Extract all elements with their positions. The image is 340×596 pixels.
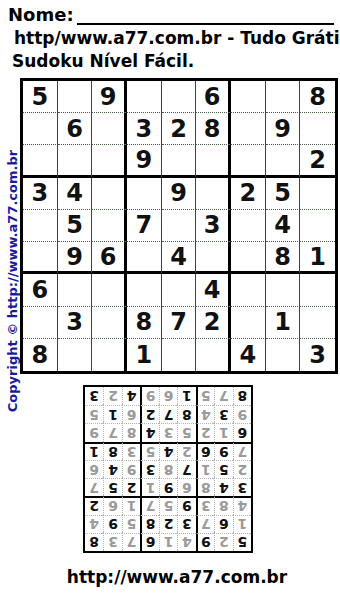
solution-cell-r7c6: 4 bbox=[140, 423, 158, 441]
cell-r1c1[interactable]: 5 bbox=[23, 81, 58, 113]
solution-grid: 5294167381673285944839571623486912572517… bbox=[83, 385, 253, 553]
cell-r1c9[interactable]: 8 bbox=[300, 81, 335, 113]
cell-r2c7[interactable] bbox=[231, 113, 266, 145]
cell-r1c7[interactable] bbox=[231, 81, 266, 113]
cell-r8c6[interactable]: 2 bbox=[196, 307, 231, 339]
solution-cell-r8c8: 1 bbox=[103, 405, 121, 423]
solution-cell-r1c4: 4 bbox=[177, 533, 195, 551]
cell-r5c7[interactable] bbox=[231, 210, 266, 242]
solution-cell-r3c2: 8 bbox=[214, 496, 232, 514]
solution-cell-r8c9: 5 bbox=[85, 405, 103, 423]
solution-cell-r6c7: 3 bbox=[122, 442, 140, 460]
cell-r4c6[interactable] bbox=[196, 178, 231, 210]
cell-r9c4[interactable]: 1 bbox=[127, 339, 162, 371]
cell-r3c8[interactable] bbox=[266, 145, 301, 177]
cell-r9c8[interactable] bbox=[266, 339, 301, 371]
cell-r8c5[interactable]: 7 bbox=[162, 307, 197, 339]
cell-r7c3[interactable] bbox=[92, 274, 127, 306]
cell-r1c2[interactable] bbox=[58, 81, 93, 113]
solution-cell-r7c7: 8 bbox=[122, 423, 140, 441]
solution-cell-r7c9: 9 bbox=[85, 423, 103, 441]
cell-r1c4[interactable] bbox=[127, 81, 162, 113]
cell-r3c2[interactable] bbox=[58, 145, 93, 177]
solution-cell-r2c4: 3 bbox=[177, 515, 195, 533]
solution-cell-r8c6: 2 bbox=[140, 405, 158, 423]
cell-r2c6[interactable]: 8 bbox=[196, 113, 231, 145]
solution-cell-r6c5: 4 bbox=[159, 442, 177, 460]
cell-r2c1[interactable] bbox=[23, 113, 58, 145]
cell-r8c2[interactable]: 3 bbox=[58, 307, 93, 339]
solution-cell-r4c2: 4 bbox=[214, 478, 232, 496]
cell-r3c7[interactable] bbox=[231, 145, 266, 177]
cell-r5c6[interactable]: 3 bbox=[196, 210, 231, 242]
cell-r6c3[interactable]: 6 bbox=[92, 242, 127, 274]
solution-cell-r3c7: 1 bbox=[122, 496, 140, 514]
solution-cell-r2c1: 1 bbox=[233, 515, 251, 533]
solution-cell-r5c6: 3 bbox=[140, 460, 158, 478]
solution-cell-r1c9: 8 bbox=[85, 533, 103, 551]
solution-cell-r2c6: 8 bbox=[140, 515, 158, 533]
solution-cell-r4c1: 3 bbox=[233, 478, 251, 496]
name-underline bbox=[77, 5, 334, 25]
cell-r8c1[interactable] bbox=[23, 307, 58, 339]
cell-r4c4[interactable] bbox=[127, 178, 162, 210]
solution-cell-r7c5: 3 bbox=[159, 423, 177, 441]
cell-r5c8[interactable]: 4 bbox=[266, 210, 301, 242]
solution-cell-r3c9: 2 bbox=[85, 496, 103, 514]
solution-cell-r4c6: 1 bbox=[140, 478, 158, 496]
cell-r3c9[interactable]: 2 bbox=[300, 145, 335, 177]
solution-cell-r9c2: 7 bbox=[214, 387, 232, 405]
solution-cell-r5c4: 7 bbox=[177, 460, 195, 478]
cell-r8c3[interactable] bbox=[92, 307, 127, 339]
cell-r3c3[interactable] bbox=[92, 145, 127, 177]
cell-r8c8[interactable]: 1 bbox=[266, 307, 301, 339]
cell-r8c9[interactable] bbox=[300, 307, 335, 339]
cell-r4c5[interactable]: 9 bbox=[162, 178, 197, 210]
solution-cell-r2c7: 5 bbox=[122, 515, 140, 533]
cell-r7c8[interactable] bbox=[266, 274, 301, 306]
cell-r9c2[interactable] bbox=[58, 339, 93, 371]
cell-r8c4[interactable]: 8 bbox=[127, 307, 162, 339]
solution-cell-r9c8: 2 bbox=[103, 387, 121, 405]
cell-r2c3[interactable] bbox=[92, 113, 127, 145]
cell-r7c4[interactable] bbox=[127, 274, 162, 306]
solution-cell-r3c3: 3 bbox=[196, 496, 214, 514]
solution-cell-r1c1: 5 bbox=[233, 533, 251, 551]
solution-cell-r2c3: 7 bbox=[196, 515, 214, 533]
solution-cell-r6c8: 8 bbox=[103, 442, 121, 460]
solution-cell-r5c8: 4 bbox=[103, 460, 121, 478]
cell-r1c8[interactable] bbox=[266, 81, 301, 113]
cell-r3c6[interactable] bbox=[196, 145, 231, 177]
solution-cell-r6c2: 9 bbox=[214, 442, 232, 460]
cell-r2c4[interactable]: 3 bbox=[127, 113, 162, 145]
solution-cell-r1c5: 1 bbox=[159, 533, 177, 551]
cell-r1c5[interactable] bbox=[162, 81, 197, 113]
solution-cell-r3c5: 5 bbox=[159, 496, 177, 514]
solution-cell-r3c1: 4 bbox=[233, 496, 251, 514]
cell-r5c9[interactable] bbox=[300, 210, 335, 242]
solution-cell-r7c1: 6 bbox=[233, 423, 251, 441]
solution-cell-r9c5: 6 bbox=[159, 387, 177, 405]
cell-r6c6[interactable] bbox=[196, 242, 231, 274]
cell-r9c6[interactable] bbox=[196, 339, 231, 371]
cell-r6c8[interactable]: 8 bbox=[266, 242, 301, 274]
cell-r4c3[interactable] bbox=[92, 178, 127, 210]
cell-r7c1[interactable]: 6 bbox=[23, 274, 58, 306]
name-row: Nome: bbox=[8, 4, 334, 25]
solution-cell-r9c7: 4 bbox=[122, 387, 140, 405]
solution-cell-r3c4: 9 bbox=[177, 496, 195, 514]
cell-r9c3[interactable] bbox=[92, 339, 127, 371]
solution-cell-r6c6: 5 bbox=[140, 442, 158, 460]
cell-r1c6[interactable]: 6 bbox=[196, 81, 231, 113]
solution-cell-r7c2: 1 bbox=[214, 423, 232, 441]
solution-cell-r6c4: 2 bbox=[177, 442, 195, 460]
solution-cell-r8c7: 6 bbox=[122, 405, 140, 423]
cell-r7c6[interactable]: 4 bbox=[196, 274, 231, 306]
cell-r5c3[interactable] bbox=[92, 210, 127, 242]
name-label: Nome: bbox=[8, 4, 74, 25]
solution-cell-r4c7: 2 bbox=[122, 478, 140, 496]
cell-r4c1[interactable]: 3 bbox=[23, 178, 58, 210]
solution-cell-r4c3: 8 bbox=[196, 478, 214, 496]
solution-cell-r4c9: 7 bbox=[85, 478, 103, 496]
cell-r6c4[interactable] bbox=[127, 242, 162, 274]
cell-r5c2[interactable]: 5 bbox=[58, 210, 93, 242]
cell-r1c3[interactable]: 9 bbox=[92, 81, 127, 113]
cell-r4c7[interactable]: 2 bbox=[231, 178, 266, 210]
solution-cell-r6c1: 7 bbox=[233, 442, 251, 460]
solution-cell-r2c8: 9 bbox=[103, 515, 121, 533]
cell-r4c9[interactable] bbox=[300, 178, 335, 210]
cell-r4c8[interactable]: 5 bbox=[266, 178, 301, 210]
solution-cell-r7c3: 2 bbox=[196, 423, 214, 441]
cell-r9c7[interactable]: 4 bbox=[231, 339, 266, 371]
cell-r7c5[interactable] bbox=[162, 274, 197, 306]
sudoku-grid: 596863289923492557349648164387218143 bbox=[20, 78, 338, 374]
solution-cell-r5c7: 9 bbox=[122, 460, 140, 478]
cell-r2c9[interactable] bbox=[300, 113, 335, 145]
cell-r9c9[interactable]: 3 bbox=[300, 339, 335, 371]
sudoku-sheet: Nome: http/www.a77.com.br - Tudo Grátis.… bbox=[0, 0, 340, 596]
cell-r9c5[interactable] bbox=[162, 339, 197, 371]
cell-r2c2[interactable]: 6 bbox=[58, 113, 93, 145]
solution-cell-r1c3: 9 bbox=[196, 533, 214, 551]
site-header: http/www.a77.com.br - Tudo Grátis. bbox=[14, 28, 340, 48]
solution-cell-r5c2: 5 bbox=[214, 460, 232, 478]
footer-url: http://www.a77.com.br bbox=[0, 567, 340, 587]
solution-cell-r9c4: 1 bbox=[177, 387, 195, 405]
solution-cell-r6c9: 1 bbox=[85, 442, 103, 460]
cell-r6c5[interactable]: 4 bbox=[162, 242, 197, 274]
solution-cell-r2c5: 2 bbox=[159, 515, 177, 533]
solution-cell-r6c3: 6 bbox=[196, 442, 214, 460]
cell-r6c7[interactable] bbox=[231, 242, 266, 274]
cell-r8c7[interactable] bbox=[231, 307, 266, 339]
solution-cell-r1c8: 3 bbox=[103, 533, 121, 551]
cell-r2c5[interactable]: 2 bbox=[162, 113, 197, 145]
solution-cell-r8c5: 7 bbox=[159, 405, 177, 423]
cell-r3c4[interactable]: 9 bbox=[127, 145, 162, 177]
cell-r3c1[interactable] bbox=[23, 145, 58, 177]
solution-cell-r8c1: 9 bbox=[233, 405, 251, 423]
cell-r3c5[interactable] bbox=[162, 145, 197, 177]
solution-cell-r4c4: 6 bbox=[177, 478, 195, 496]
solution-cell-r8c4: 8 bbox=[177, 405, 195, 423]
cell-r6c1[interactable] bbox=[23, 242, 58, 274]
page-title: Sudoku Nível Fácil. bbox=[12, 51, 194, 71]
solution-cell-r8c3: 4 bbox=[196, 405, 214, 423]
cell-r5c4[interactable]: 7 bbox=[127, 210, 162, 242]
copyright-text: Copyright © http://www.a77.com.br bbox=[5, 150, 20, 412]
cell-r7c2[interactable] bbox=[58, 274, 93, 306]
cell-r7c7[interactable] bbox=[231, 274, 266, 306]
solution-cell-r1c7: 7 bbox=[122, 533, 140, 551]
solution-cell-r7c4: 5 bbox=[177, 423, 195, 441]
solution-cell-r9c1: 8 bbox=[233, 387, 251, 405]
solution-cell-r7c8: 7 bbox=[103, 423, 121, 441]
solution-cell-r2c2: 6 bbox=[214, 515, 232, 533]
solution-cell-r5c5: 8 bbox=[159, 460, 177, 478]
solution-cell-r1c2: 2 bbox=[214, 533, 232, 551]
solution-cell-r5c3: 1 bbox=[196, 460, 214, 478]
solution-cell-r5c9: 6 bbox=[85, 460, 103, 478]
cell-r5c1[interactable] bbox=[23, 210, 58, 242]
solution-cell-r2c9: 4 bbox=[85, 515, 103, 533]
solution-cell-r9c9: 3 bbox=[85, 387, 103, 405]
cell-r7c9[interactable] bbox=[300, 274, 335, 306]
solution-cell-r9c3: 5 bbox=[196, 387, 214, 405]
cell-r9c1[interactable]: 8 bbox=[23, 339, 58, 371]
solution-cell-r3c8: 6 bbox=[103, 496, 121, 514]
cell-r4c2[interactable]: 4 bbox=[58, 178, 93, 210]
cell-r6c9[interactable]: 1 bbox=[300, 242, 335, 274]
solution-cell-r4c5: 9 bbox=[159, 478, 177, 496]
solution-cell-r4c8: 5 bbox=[103, 478, 121, 496]
cell-r6c2[interactable]: 9 bbox=[58, 242, 93, 274]
solution-cell-r3c6: 7 bbox=[140, 496, 158, 514]
solution-cell-r1c6: 6 bbox=[140, 533, 158, 551]
solution-cell-r8c2: 3 bbox=[214, 405, 232, 423]
solution-cell-r5c1: 2 bbox=[233, 460, 251, 478]
solution-cell-r9c6: 9 bbox=[140, 387, 158, 405]
cell-r5c5[interactable] bbox=[162, 210, 197, 242]
cell-r2c8[interactable]: 9 bbox=[266, 113, 301, 145]
